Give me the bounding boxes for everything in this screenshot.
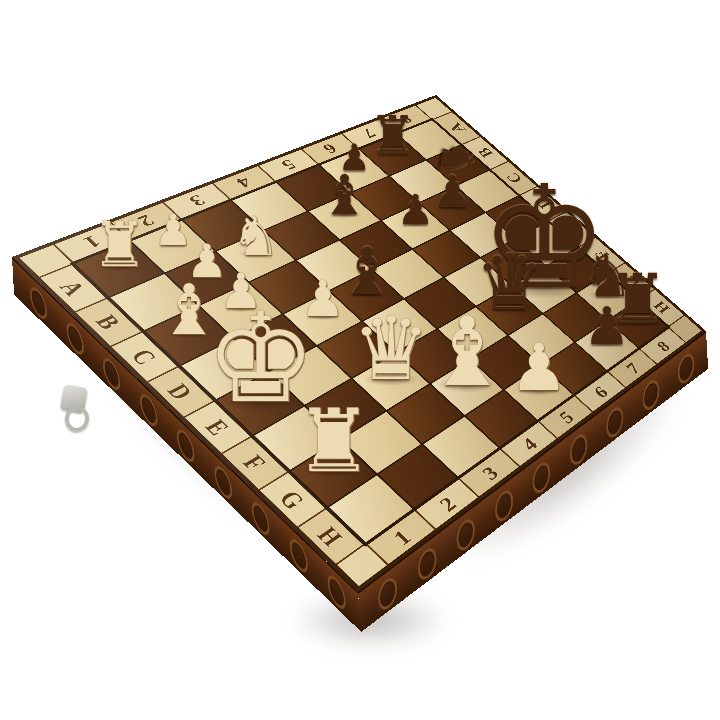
- piece-white-rook-a1[interactable]: ♜: [92, 215, 147, 277]
- carved-circle: [417, 543, 437, 585]
- piece-black-pawn-c6[interactable]: ♟: [397, 190, 434, 231]
- piece-white-rook-g1[interactable]: ♜: [295, 398, 373, 485]
- piece-black-bishop-b5[interactable]: ♝: [320, 168, 370, 223]
- carved-circle: [677, 349, 695, 388]
- brass-clasp[interactable]: [56, 386, 94, 430]
- piece-black-bishop-d4[interactable]: ♝: [338, 239, 396, 304]
- piece-white-bishop-g4[interactable]: ♝: [424, 305, 510, 401]
- piece-black-pawn-c7[interactable]: ♟: [433, 169, 473, 213]
- photo-scene: 11AA22BB33CC44DD55EE66FF77GG88HH ♜♝♚♜♟♟♟…: [0, 0, 720, 720]
- piece-black-pawn-h7[interactable]: ♟: [584, 300, 631, 352]
- piece-white-pawn-h5[interactable]: ♟: [510, 336, 568, 401]
- piece-white-queen-f3[interactable]: ♛: [352, 306, 430, 393]
- piece-white-knight-b3[interactable]: ♞: [232, 209, 281, 263]
- piece-black-rook-a7[interactable]: ♜: [369, 109, 417, 162]
